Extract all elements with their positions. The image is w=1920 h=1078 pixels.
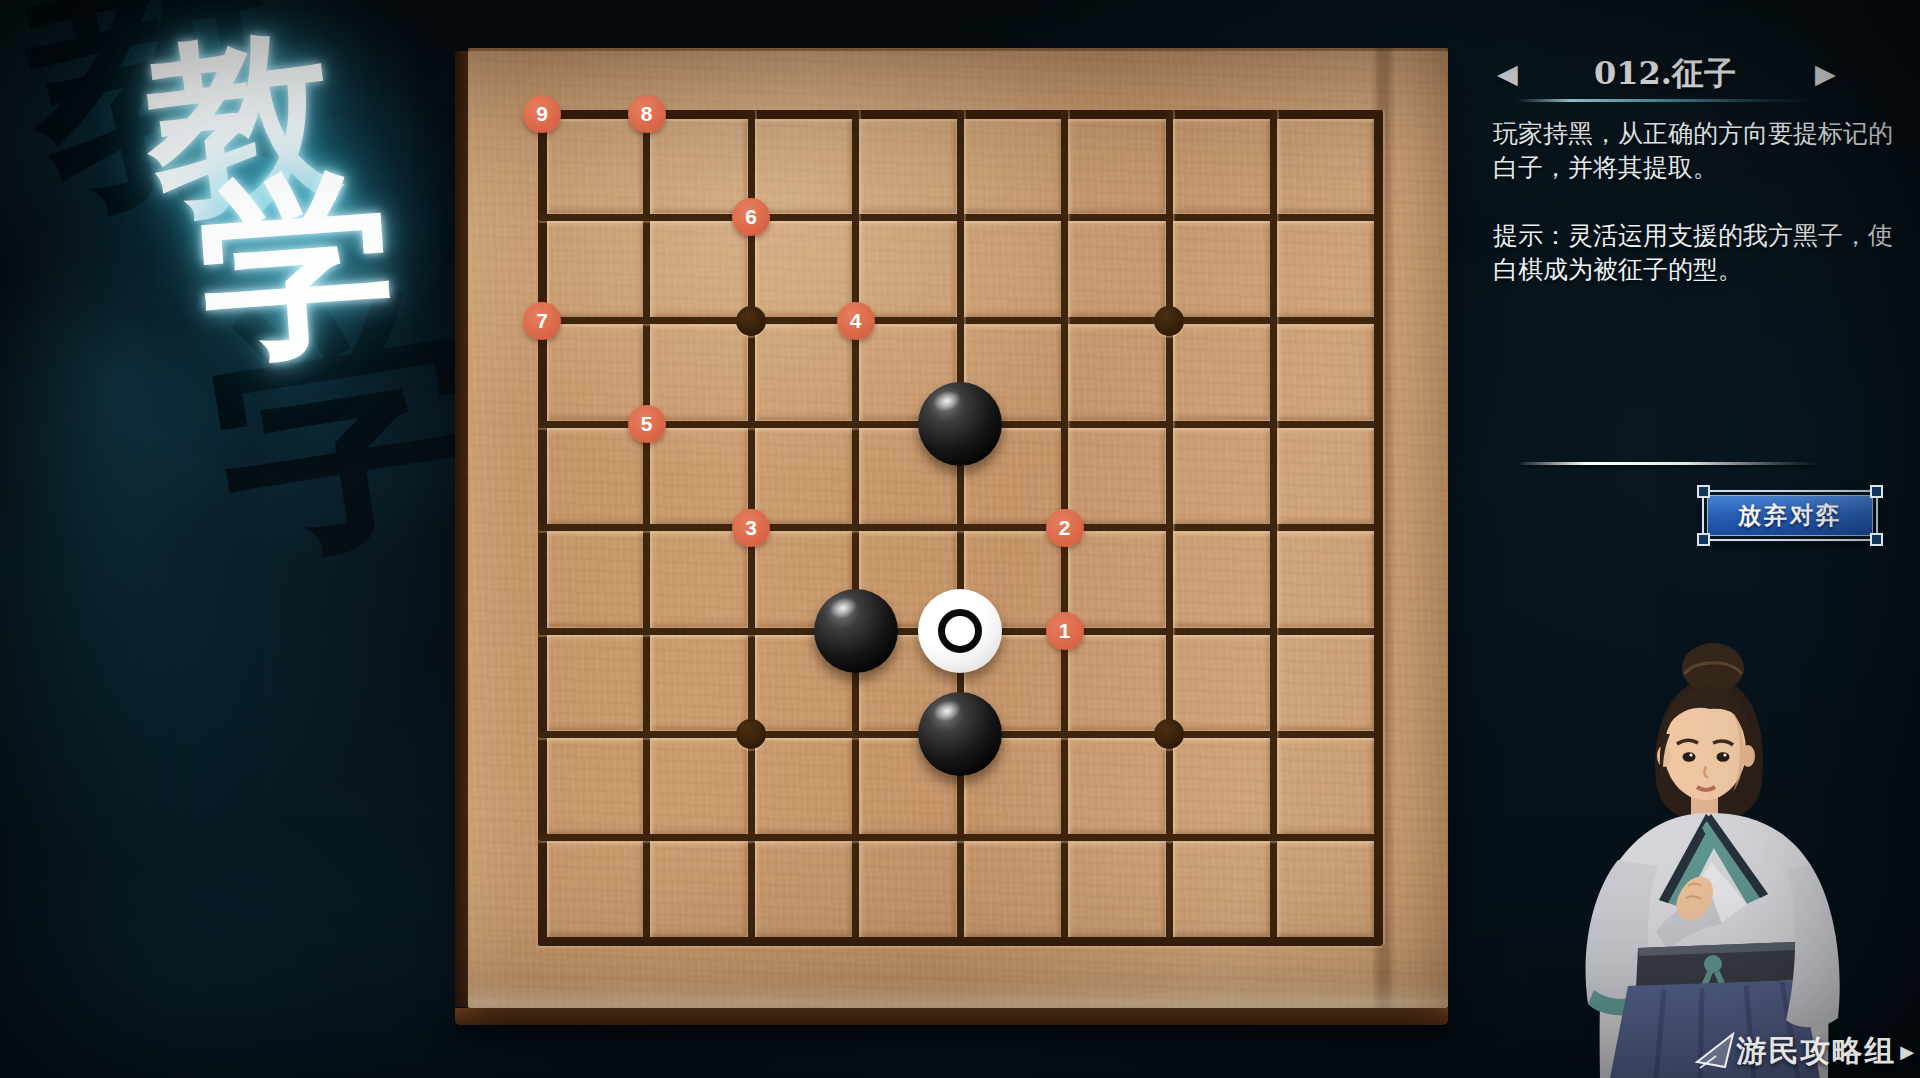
black-stone [814,589,898,673]
ladder-hint-marker-6[interactable]: 6 [732,198,770,236]
watermark-emblem-icon [1694,1032,1736,1072]
board-cell [964,118,1061,213]
star-point [736,719,766,749]
board-cell [1069,118,1166,213]
board-cell [755,325,852,420]
board-cell [1069,738,1166,833]
black-stone [918,382,1002,466]
board-cell [860,221,957,316]
give-up-button-label: 放弃对弈 [1707,495,1873,536]
board-cell [546,325,643,420]
board-cell [1278,428,1375,523]
ladder-hint-marker-4[interactable]: 4 [837,302,875,340]
lesson-hint-text: 提示：灵活运用支援的我方黑子，使白棋成为被征子的型。 [1493,218,1893,286]
circle-marker-icon [938,609,982,653]
board-cell [1069,532,1166,627]
ladder-hint-marker-1[interactable]: 1 [1046,612,1084,650]
board-cell [755,842,852,937]
board-cell [546,221,643,316]
board-cell [1278,738,1375,833]
board-cell [1173,635,1270,730]
board-cell [651,738,748,833]
board-cell [860,118,957,213]
board-cell [651,221,748,316]
grid-line-vertical [1166,110,1173,945]
ladder-hint-marker-9[interactable]: 9 [523,95,561,133]
grid-line-horizontal [538,834,1382,841]
star-point [736,306,766,336]
board-cell [651,325,748,420]
watermark: 游民攻略组 ▶ [1694,1031,1914,1072]
board-left-edge [455,51,469,1007]
board-cell [964,842,1061,937]
lesson-title: 012.征子 [1538,52,1792,96]
board-cell [546,738,643,833]
board-cell [546,118,643,213]
ladder-hint-marker-7[interactable]: 7 [523,302,561,340]
board-cell [964,221,1061,316]
board-cell [546,428,643,523]
board-cell [1278,635,1375,730]
board-cell [546,635,643,730]
watermark-arrow-icon: ▶ [1900,1041,1914,1063]
board-cell [860,842,957,937]
board-cell [1173,842,1270,937]
frame-corner [1870,533,1883,546]
board-cell [1069,635,1166,730]
board-cell [1278,325,1375,420]
star-point [1154,306,1184,336]
grid-line-vertical [1270,110,1277,945]
ladder-hint-marker-3[interactable]: 3 [732,509,770,547]
board-cell [755,738,852,833]
board-cell [651,635,748,730]
give-up-button[interactable]: 放弃对弈 [1702,490,1878,541]
board-bottom-edge [455,1008,1448,1025]
grid-line-vertical [1374,110,1383,945]
board-cell [755,428,852,523]
board-cell [1173,325,1270,420]
board-cell [1173,532,1270,627]
board-cell [755,221,852,316]
frame-corner [1697,485,1710,498]
title-underline [1517,99,1813,102]
board-cell [1278,532,1375,627]
grid-line-horizontal [538,937,1382,946]
board-cell [1278,118,1375,213]
board-cell [651,428,748,523]
board-cell [1069,842,1166,937]
tutor-character-illustration [1560,630,1920,1078]
calligraphy-glow-xue: 学 [193,161,400,368]
board-cell [1069,325,1166,420]
white-stone [918,589,1002,673]
board-cell [1069,428,1166,523]
go-board[interactable]: 123456789 [468,48,1448,1008]
ladder-hint-marker-5[interactable]: 5 [628,405,666,443]
black-stone [918,692,1002,776]
board-cell [755,118,852,213]
board-cell [1173,221,1270,316]
grid-line-horizontal [538,524,1382,531]
lesson-description: 玩家持黑，从正确的方向要提标记的白子，并将其提取。 提示：灵活运用支援的我方黑子… [1493,116,1893,286]
board-cell [651,118,748,213]
tutorial-calligraphy: 教 学 教 学 [0,0,460,560]
board-cell [1278,221,1375,316]
board-cell [1069,221,1166,316]
panel-divider [1520,462,1818,465]
next-lesson-button[interactable]: ▶ [1815,58,1836,90]
board-cell [546,842,643,937]
frame-corner [1697,533,1710,546]
board-cell [651,842,748,937]
board-cell [651,532,748,627]
star-point [1154,719,1184,749]
go-grid[interactable]: 123456789 [542,114,1378,941]
prev-lesson-button[interactable]: ◀ [1497,58,1518,90]
board-cell [546,532,643,627]
watermark-text: 游民攻略组 [1736,1031,1896,1072]
board-cell [1173,428,1270,523]
ladder-hint-marker-2[interactable]: 2 [1046,509,1084,547]
board-cell [1173,118,1270,213]
ladder-hint-marker-8[interactable]: 8 [628,95,666,133]
frame-corner [1870,485,1883,498]
lesson-goal-text: 玩家持黑，从正确的方向要提标记的白子，并将其提取。 [1493,116,1893,184]
game-screen: 教 学 教 学 123456789 ◀ 012.征子 ▶ 玩家持黑，从正确的方向… [0,0,1920,1078]
board-cell [1173,738,1270,833]
board-cell [1278,842,1375,937]
